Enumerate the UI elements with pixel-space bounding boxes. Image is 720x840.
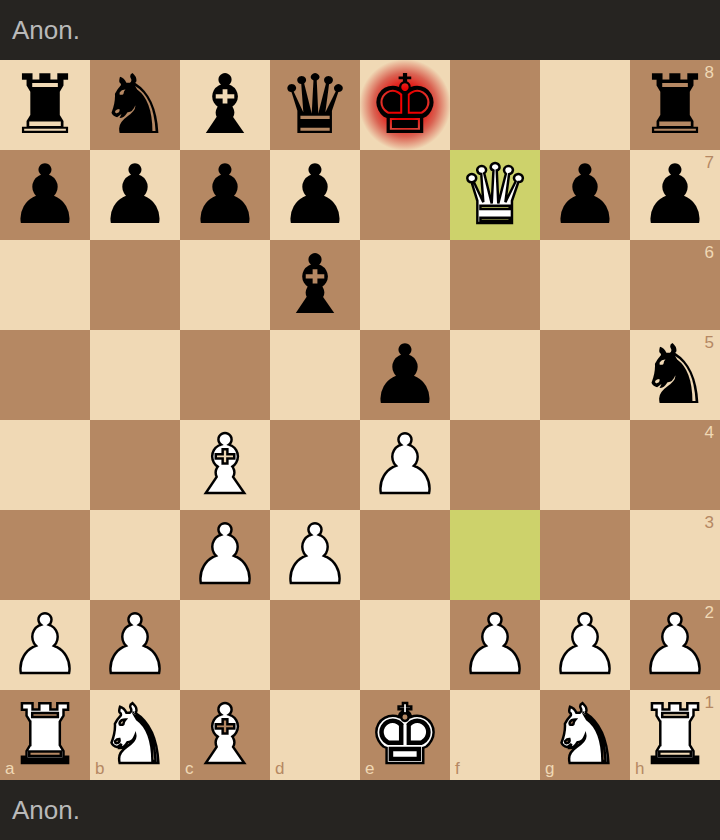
piece-white-pawn[interactable]: ♟ — [0, 600, 90, 690]
square-h6[interactable]: 6 — [630, 240, 720, 330]
square-d5[interactable] — [270, 330, 360, 420]
square-e1[interactable]: ♚e — [360, 690, 450, 780]
square-c2[interactable] — [180, 600, 270, 690]
square-b5[interactable] — [90, 330, 180, 420]
square-f4[interactable] — [450, 420, 540, 510]
piece-black-pawn[interactable]: ♟ — [0, 150, 90, 240]
square-h5[interactable]: ♞5 — [630, 330, 720, 420]
square-b1[interactable]: ♞b — [90, 690, 180, 780]
piece-white-bishop[interactable]: ♝ — [180, 420, 270, 510]
square-f7[interactable]: ♛ — [450, 150, 540, 240]
square-g1[interactable]: ♞g — [540, 690, 630, 780]
square-h8[interactable]: ♜8 — [630, 60, 720, 150]
square-h7[interactable]: ♟7 — [630, 150, 720, 240]
square-c3[interactable]: ♟ — [180, 510, 270, 600]
square-b8[interactable]: ♞ — [90, 60, 180, 150]
piece-white-knight[interactable]: ♞ — [540, 690, 630, 780]
square-d3[interactable]: ♟ — [270, 510, 360, 600]
square-f6[interactable] — [450, 240, 540, 330]
square-h2[interactable]: ♟2 — [630, 600, 720, 690]
square-c7[interactable]: ♟ — [180, 150, 270, 240]
square-d8[interactable]: ♛ — [270, 60, 360, 150]
piece-white-king[interactable]: ♚ — [360, 690, 450, 780]
piece-black-king[interactable]: ♚ — [360, 60, 450, 150]
square-b2[interactable]: ♟ — [90, 600, 180, 690]
piece-white-pawn[interactable]: ♟ — [450, 600, 540, 690]
square-a4[interactable] — [0, 420, 90, 510]
square-h3[interactable]: 3 — [630, 510, 720, 600]
square-f8[interactable] — [450, 60, 540, 150]
piece-black-pawn[interactable]: ♟ — [630, 150, 720, 240]
square-f5[interactable] — [450, 330, 540, 420]
square-g5[interactable] — [540, 330, 630, 420]
piece-black-pawn[interactable]: ♟ — [540, 150, 630, 240]
player-top-name: Anon. — [12, 17, 80, 43]
square-b6[interactable] — [90, 240, 180, 330]
square-e4[interactable]: ♟ — [360, 420, 450, 510]
piece-white-bishop[interactable]: ♝ — [180, 690, 270, 780]
coord-rank-6: 6 — [705, 244, 714, 261]
piece-black-pawn[interactable]: ♟ — [180, 150, 270, 240]
square-d6[interactable]: ♝ — [270, 240, 360, 330]
square-c4[interactable]: ♝ — [180, 420, 270, 510]
square-e6[interactable] — [360, 240, 450, 330]
square-a2[interactable]: ♟ — [0, 600, 90, 690]
piece-black-bishop[interactable]: ♝ — [180, 60, 270, 150]
square-b7[interactable]: ♟ — [90, 150, 180, 240]
square-e7[interactable] — [360, 150, 450, 240]
square-a7[interactable]: ♟ — [0, 150, 90, 240]
coord-file-d: d — [275, 760, 284, 777]
square-b4[interactable] — [90, 420, 180, 510]
piece-black-rook[interactable]: ♜ — [0, 60, 90, 150]
square-b3[interactable] — [90, 510, 180, 600]
piece-black-pawn[interactable]: ♟ — [270, 150, 360, 240]
square-a8[interactable]: ♜ — [0, 60, 90, 150]
piece-white-pawn[interactable]: ♟ — [90, 600, 180, 690]
square-a3[interactable] — [0, 510, 90, 600]
square-g6[interactable] — [540, 240, 630, 330]
square-f2[interactable]: ♟ — [450, 600, 540, 690]
piece-white-pawn[interactable]: ♟ — [540, 600, 630, 690]
square-a5[interactable] — [0, 330, 90, 420]
piece-white-pawn[interactable]: ♟ — [180, 510, 270, 600]
piece-black-knight[interactable]: ♞ — [90, 60, 180, 150]
piece-black-pawn[interactable]: ♟ — [90, 150, 180, 240]
square-h1[interactable]: ♜1h — [630, 690, 720, 780]
piece-black-knight[interactable]: ♞ — [630, 330, 720, 420]
square-d4[interactable] — [270, 420, 360, 510]
piece-white-queen[interactable]: ♛ — [450, 150, 540, 240]
square-a1[interactable]: ♜a — [0, 690, 90, 780]
square-a6[interactable] — [0, 240, 90, 330]
piece-white-rook[interactable]: ♜ — [630, 690, 720, 780]
coord-rank-3: 3 — [705, 514, 714, 531]
square-c5[interactable] — [180, 330, 270, 420]
square-e5[interactable]: ♟ — [360, 330, 450, 420]
piece-black-queen[interactable]: ♛ — [270, 60, 360, 150]
piece-white-knight[interactable]: ♞ — [90, 690, 180, 780]
piece-black-pawn[interactable]: ♟ — [360, 330, 450, 420]
square-c1[interactable]: ♝c — [180, 690, 270, 780]
piece-black-bishop[interactable]: ♝ — [270, 240, 360, 330]
coord-rank-4: 4 — [705, 424, 714, 441]
player-bottom-bar: Anon. — [0, 780, 720, 840]
piece-white-rook[interactable]: ♜ — [0, 690, 90, 780]
square-e2[interactable] — [360, 600, 450, 690]
square-e3[interactable] — [360, 510, 450, 600]
square-f1[interactable]: f — [450, 690, 540, 780]
chess-board: ♜♞♝♛♚♜8♟♟♟♟♛♟♟7♝6♟♞5♝♟4♟♟3♟♟♟♟♟2♜a♞b♝cd♚… — [0, 60, 720, 780]
piece-white-pawn[interactable]: ♟ — [270, 510, 360, 600]
square-f3[interactable] — [450, 510, 540, 600]
square-g3[interactable] — [540, 510, 630, 600]
square-c6[interactable] — [180, 240, 270, 330]
square-g4[interactable] — [540, 420, 630, 510]
square-g7[interactable]: ♟ — [540, 150, 630, 240]
square-d2[interactable] — [270, 600, 360, 690]
square-g2[interactable]: ♟ — [540, 600, 630, 690]
square-e8[interactable]: ♚ — [360, 60, 450, 150]
player-bottom-name: Anon. — [12, 797, 80, 823]
square-d1[interactable]: d — [270, 690, 360, 780]
square-d7[interactable]: ♟ — [270, 150, 360, 240]
square-g8[interactable] — [540, 60, 630, 150]
piece-black-rook[interactable]: ♜ — [630, 60, 720, 150]
square-c8[interactable]: ♝ — [180, 60, 270, 150]
coord-file-f: f — [455, 760, 460, 777]
square-h4[interactable]: 4 — [630, 420, 720, 510]
piece-white-pawn[interactable]: ♟ — [360, 420, 450, 510]
player-top-bar: Anon. — [0, 0, 720, 60]
piece-white-pawn[interactable]: ♟ — [630, 600, 720, 690]
